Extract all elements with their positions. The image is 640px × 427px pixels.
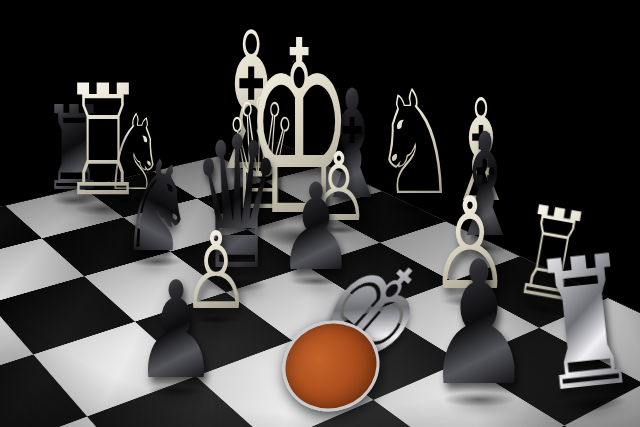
piece-black-pawn-center: ♟	[425, 238, 532, 409]
piece-black-pawn-mid: ♟	[277, 168, 354, 288]
piece-black-rook-right: ♜	[526, 231, 640, 419]
piece-black-pawn-left: ♟	[134, 264, 218, 398]
chess-scene: ♗♜♘♘♖♝♗♕♔♙♝♞♛♟♙♖♙♚♟♟♜	[0, 0, 640, 427]
